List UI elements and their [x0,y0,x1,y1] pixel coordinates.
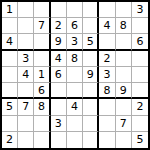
sudoku-cell-r8c8[interactable]: 7 [116,116,132,132]
sudoku-cell-r2c4[interactable]: 2 [51,18,67,34]
sudoku-cell-r9c5[interactable] [67,132,83,148]
sudoku-cell-r1c5[interactable] [67,2,83,18]
sudoku-cell-r3c3[interactable] [34,34,50,50]
sudoku-cell-r5c2[interactable]: 4 [18,67,34,83]
sudoku-cell-r6c7[interactable]: 8 [99,83,115,99]
sudoku-cell-r9c3[interactable] [34,132,50,148]
sudoku-cell-r1c7[interactable] [99,2,115,18]
sudoku-cell-r4c8[interactable] [116,51,132,67]
sudoku-cell-r9c8[interactable] [116,132,132,148]
sudoku-cell-r9c9[interactable]: 5 [132,132,148,148]
sudoku-cell-r2c6[interactable] [83,18,99,34]
sudoku-cell-r3c9[interactable]: 6 [132,34,148,50]
sudoku-cell-r9c4[interactable] [51,132,67,148]
sudoku-cell-r8c7[interactable] [99,116,115,132]
sudoku-cell-r4c1[interactable] [2,51,18,67]
sudoku-cell-r9c1[interactable]: 2 [2,132,18,148]
sudoku-cell-r9c7[interactable] [99,132,115,148]
sudoku-cell-r5c3[interactable]: 1 [34,67,50,83]
sudoku-cell-r6c8[interactable]: 9 [116,83,132,99]
sudoku-cell-r2c1[interactable] [2,18,18,34]
sudoku-cell-r8c3[interactable] [34,116,50,132]
sudoku-cell-r2c9[interactable] [132,18,148,34]
sudoku-cell-r1c6[interactable] [83,2,99,18]
sudoku-cell-r3c2[interactable] [18,34,34,50]
sudoku-cell-r5c8[interactable] [116,67,132,83]
sudoku-cell-r1c1[interactable]: 1 [2,2,18,18]
sudoku-cell-r4c6[interactable] [83,51,99,67]
sudoku-cell-r1c4[interactable] [51,2,67,18]
sudoku-cell-r7c7[interactable] [99,99,115,115]
sudoku-cell-r7c5[interactable]: 4 [67,99,83,115]
sudoku-cell-r6c2[interactable] [18,83,34,99]
sudoku-cell-r9c6[interactable] [83,132,99,148]
sudoku-cell-r1c2[interactable] [18,2,34,18]
sudoku-cell-r5c5[interactable] [67,67,83,83]
sudoku-cell-r7c6[interactable] [83,99,99,115]
sudoku-cell-r2c7[interactable]: 4 [99,18,115,34]
sudoku-cell-r6c6[interactable] [83,83,99,99]
sudoku-cell-r8c4[interactable]: 3 [51,116,67,132]
sudoku-cell-r5c4[interactable]: 6 [51,67,67,83]
sudoku-cell-r3c4[interactable]: 9 [51,34,67,50]
sudoku-cell-r3c7[interactable] [99,34,115,50]
sudoku-cell-r1c3[interactable] [34,2,50,18]
sudoku-cell-r3c1[interactable]: 4 [2,34,18,50]
sudoku-cell-r7c9[interactable]: 2 [132,99,148,115]
sudoku-cell-r6c9[interactable] [132,83,148,99]
sudoku-cell-r7c2[interactable]: 7 [18,99,34,115]
sudoku-cell-r6c3[interactable]: 6 [34,83,50,99]
sudoku-cell-r5c9[interactable] [132,67,148,83]
sudoku-cell-r6c4[interactable] [51,83,67,99]
sudoku-cell-r2c2[interactable] [18,18,34,34]
sudoku-cell-r8c6[interactable] [83,116,99,132]
sudoku-cell-r8c1[interactable] [2,116,18,132]
sudoku-cell-r1c8[interactable] [116,2,132,18]
sudoku-cell-r2c8[interactable]: 8 [116,18,132,34]
sudoku-cell-r5c1[interactable] [2,67,18,83]
sudoku-cell-r8c9[interactable] [132,116,148,132]
sudoku-cell-r4c4[interactable]: 4 [51,51,67,67]
sudoku-cell-r6c5[interactable] [67,83,83,99]
sudoku-cell-r9c2[interactable] [18,132,34,148]
sudoku-cell-r4c5[interactable]: 8 [67,51,83,67]
sudoku-cell-r4c3[interactable] [34,51,50,67]
sudoku-board: 137264849356348241693689578423725 [0,0,150,150]
sudoku-cell-r4c7[interactable]: 2 [99,51,115,67]
sudoku-cell-r7c3[interactable]: 8 [34,99,50,115]
sudoku-cell-r5c7[interactable]: 3 [99,67,115,83]
sudoku-cell-r3c8[interactable] [116,34,132,50]
sudoku-cell-r7c8[interactable] [116,99,132,115]
sudoku-cell-r2c3[interactable]: 7 [34,18,50,34]
sudoku-cell-r7c4[interactable] [51,99,67,115]
sudoku-cell-r6c1[interactable] [2,83,18,99]
sudoku-cell-r7c1[interactable]: 5 [2,99,18,115]
sudoku-cell-r8c5[interactable] [67,116,83,132]
sudoku-cell-r2c5[interactable]: 6 [67,18,83,34]
sudoku-cell-r8c2[interactable] [18,116,34,132]
sudoku-cell-r5c6[interactable]: 9 [83,67,99,83]
sudoku-cell-r4c2[interactable]: 3 [18,51,34,67]
sudoku-cell-r4c9[interactable] [132,51,148,67]
sudoku-cell-r3c5[interactable]: 3 [67,34,83,50]
sudoku-cell-r1c9[interactable]: 3 [132,2,148,18]
sudoku-cell-r3c6[interactable]: 5 [83,34,99,50]
